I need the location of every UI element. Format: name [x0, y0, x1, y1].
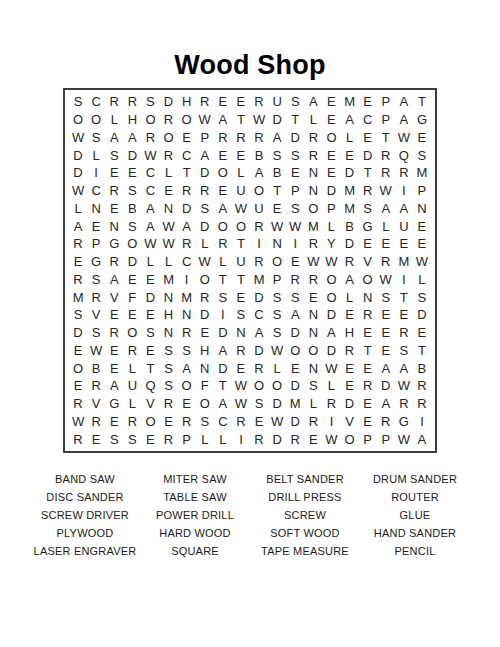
grid-cell[interactable]: A: [268, 129, 286, 147]
grid-cell[interactable]: I: [413, 413, 431, 431]
grid-cell[interactable]: R: [304, 146, 322, 164]
grid-cell[interactable]: I: [286, 235, 304, 253]
grid-cell[interactable]: S: [160, 342, 178, 360]
grid-cell[interactable]: M: [395, 253, 413, 271]
grid-cell[interactable]: E: [359, 129, 377, 147]
grid-cell[interactable]: V: [141, 395, 159, 413]
grid-cell[interactable]: E: [304, 430, 322, 448]
grid-cell[interactable]: S: [123, 217, 141, 235]
grid-cell[interactable]: W: [377, 271, 395, 289]
grid-cell[interactable]: W: [160, 235, 178, 253]
grid-cell[interactable]: O: [141, 413, 159, 431]
grid-cell[interactable]: D: [322, 182, 340, 200]
grid-cell[interactable]: D: [250, 288, 268, 306]
grid-cell[interactable]: R: [178, 235, 196, 253]
grid-cell[interactable]: E: [322, 146, 340, 164]
grid-cell[interactable]: Y: [322, 235, 340, 253]
grid-cell[interactable]: V: [87, 306, 105, 324]
grid-cell[interactable]: U: [232, 253, 250, 271]
grid-cell[interactable]: L: [69, 200, 87, 218]
grid-cell[interactable]: T: [286, 111, 304, 129]
grid-cell[interactable]: O: [304, 342, 322, 360]
grid-cell[interactable]: P: [178, 430, 196, 448]
grid-cell[interactable]: R: [359, 377, 377, 395]
grid-cell[interactable]: T: [178, 164, 196, 182]
grid-cell[interactable]: I: [250, 235, 268, 253]
grid-cell[interactable]: O: [123, 324, 141, 342]
grid-cell[interactable]: A: [105, 377, 123, 395]
grid-cell[interactable]: W: [141, 235, 159, 253]
grid-cell[interactable]: M: [286, 395, 304, 413]
grid-cell[interactable]: D: [268, 430, 286, 448]
grid-cell[interactable]: R: [395, 324, 413, 342]
grid-cell[interactable]: R: [160, 146, 178, 164]
grid-cell[interactable]: B: [413, 359, 431, 377]
grid-cell[interactable]: S: [87, 324, 105, 342]
grid-cell[interactable]: E: [377, 306, 395, 324]
grid-cell[interactable]: V: [87, 395, 105, 413]
grid-cell[interactable]: D: [214, 324, 232, 342]
grid-cell[interactable]: L: [87, 146, 105, 164]
grid-cell[interactable]: H: [160, 306, 178, 324]
grid-cell[interactable]: N: [304, 359, 322, 377]
grid-cell[interactable]: D: [178, 200, 196, 218]
grid-cell[interactable]: E: [395, 235, 413, 253]
grid-cell[interactable]: D: [359, 146, 377, 164]
grid-cell[interactable]: W: [268, 413, 286, 431]
grid-cell[interactable]: P: [196, 129, 214, 147]
grid-cell[interactable]: R: [105, 93, 123, 111]
grid-cell[interactable]: A: [286, 306, 304, 324]
grid-cell[interactable]: V: [359, 253, 377, 271]
grid-cell[interactable]: D: [123, 253, 141, 271]
grid-cell[interactable]: E: [413, 217, 431, 235]
grid-cell[interactable]: A: [304, 93, 322, 111]
grid-cell[interactable]: R: [413, 395, 431, 413]
grid-cell[interactable]: S: [377, 288, 395, 306]
grid-cell[interactable]: A: [322, 324, 340, 342]
grid-cell[interactable]: F: [123, 288, 141, 306]
grid-cell[interactable]: E: [214, 93, 232, 111]
grid-cell[interactable]: D: [341, 235, 359, 253]
grid-cell[interactable]: O: [322, 288, 340, 306]
grid-cell[interactable]: R: [395, 395, 413, 413]
grid-cell[interactable]: H: [341, 324, 359, 342]
grid-cell[interactable]: U: [232, 182, 250, 200]
grid-cell[interactable]: A: [141, 217, 159, 235]
grid-cell[interactable]: D: [268, 111, 286, 129]
grid-cell[interactable]: N: [359, 288, 377, 306]
grid-cell[interactable]: S: [69, 306, 87, 324]
grid-cell[interactable]: D: [268, 395, 286, 413]
grid-cell[interactable]: A: [214, 395, 232, 413]
grid-cell[interactable]: N: [105, 217, 123, 235]
grid-cell[interactable]: Q: [141, 377, 159, 395]
grid-cell[interactable]: I: [322, 413, 340, 431]
grid-cell[interactable]: G: [359, 217, 377, 235]
grid-cell[interactable]: W: [377, 182, 395, 200]
grid-cell[interactable]: E: [359, 413, 377, 431]
grid-cell[interactable]: A: [196, 146, 214, 164]
grid-cell[interactable]: O: [160, 129, 178, 147]
grid-cell[interactable]: W: [250, 111, 268, 129]
grid-cell[interactable]: O: [250, 182, 268, 200]
grid-cell[interactable]: R: [196, 288, 214, 306]
grid-cell[interactable]: E: [141, 430, 159, 448]
grid-cell[interactable]: L: [322, 217, 340, 235]
grid-cell[interactable]: G: [105, 235, 123, 253]
grid-cell[interactable]: L: [196, 430, 214, 448]
grid-cell[interactable]: O: [359, 271, 377, 289]
grid-cell[interactable]: G: [105, 395, 123, 413]
grid-cell[interactable]: D: [250, 342, 268, 360]
grid-cell[interactable]: S: [123, 430, 141, 448]
grid-cell[interactable]: O: [250, 377, 268, 395]
grid-cell[interactable]: S: [178, 342, 196, 360]
grid-cell[interactable]: A: [105, 129, 123, 147]
grid-cell[interactable]: O: [286, 342, 304, 360]
grid-cell[interactable]: D: [322, 342, 340, 360]
grid-cell[interactable]: R: [341, 342, 359, 360]
grid-cell[interactable]: S: [413, 146, 431, 164]
grid-cell[interactable]: L: [232, 164, 250, 182]
grid-cell[interactable]: S: [286, 288, 304, 306]
grid-cell[interactable]: S: [141, 93, 159, 111]
grid-cell[interactable]: D: [69, 146, 87, 164]
grid-cell[interactable]: P: [87, 235, 105, 253]
grid-cell[interactable]: P: [359, 430, 377, 448]
grid-cell[interactable]: O: [322, 271, 340, 289]
grid-cell[interactable]: R: [250, 253, 268, 271]
grid-cell[interactable]: E: [286, 253, 304, 271]
grid-cell[interactable]: N: [196, 359, 214, 377]
grid-cell[interactable]: Q: [395, 146, 413, 164]
grid-cell[interactable]: T: [395, 288, 413, 306]
grid-cell[interactable]: S: [395, 342, 413, 360]
grid-cell[interactable]: O: [178, 377, 196, 395]
grid-cell[interactable]: W: [268, 342, 286, 360]
grid-cell[interactable]: D: [196, 217, 214, 235]
grid-cell[interactable]: G: [87, 253, 105, 271]
grid-cell[interactable]: W: [87, 342, 105, 360]
grid-cell[interactable]: E: [413, 235, 431, 253]
grid-cell[interactable]: C: [87, 182, 105, 200]
grid-cell[interactable]: M: [341, 200, 359, 218]
grid-cell[interactable]: R: [377, 146, 395, 164]
grid-cell[interactable]: R: [304, 235, 322, 253]
grid-cell[interactable]: U: [268, 93, 286, 111]
grid-cell[interactable]: P: [286, 182, 304, 200]
grid-cell[interactable]: R: [250, 430, 268, 448]
grid-cell[interactable]: N: [413, 200, 431, 218]
grid-cell[interactable]: W: [395, 129, 413, 147]
grid-cell[interactable]: L: [196, 235, 214, 253]
grid-cell[interactable]: W: [160, 217, 178, 235]
grid-cell[interactable]: B: [250, 146, 268, 164]
grid-cell[interactable]: S: [268, 288, 286, 306]
grid-cell[interactable]: D: [286, 413, 304, 431]
grid-cell[interactable]: S: [69, 93, 87, 111]
grid-cell[interactable]: E: [359, 324, 377, 342]
grid-cell[interactable]: E: [232, 93, 250, 111]
grid-cell[interactable]: R: [69, 235, 87, 253]
grid-cell[interactable]: E: [304, 288, 322, 306]
grid-cell[interactable]: R: [377, 413, 395, 431]
grid-cell[interactable]: N: [304, 324, 322, 342]
grid-cell[interactable]: L: [413, 271, 431, 289]
grid-cell[interactable]: A: [178, 217, 196, 235]
grid-cell[interactable]: E: [69, 253, 87, 271]
grid-cell[interactable]: D: [377, 377, 395, 395]
grid-cell[interactable]: R: [196, 93, 214, 111]
grid-cell[interactable]: V: [105, 288, 123, 306]
grid-cell[interactable]: N: [232, 324, 250, 342]
grid-cell[interactable]: C: [178, 253, 196, 271]
grid-cell[interactable]: S: [87, 129, 105, 147]
grid-cell[interactable]: E: [87, 430, 105, 448]
grid-cell[interactable]: E: [341, 359, 359, 377]
grid-cell[interactable]: O: [69, 359, 87, 377]
grid-cell[interactable]: A: [214, 342, 232, 360]
grid-cell[interactable]: N: [178, 306, 196, 324]
grid-cell[interactable]: W: [69, 413, 87, 431]
grid-cell[interactable]: B: [87, 359, 105, 377]
grid-cell[interactable]: R: [123, 93, 141, 111]
grid-cell[interactable]: R: [250, 129, 268, 147]
grid-cell[interactable]: A: [69, 217, 87, 235]
grid-cell[interactable]: E: [286, 359, 304, 377]
grid-cell[interactable]: P: [377, 93, 395, 111]
grid-cell[interactable]: L: [141, 253, 159, 271]
grid-cell[interactable]: E: [359, 93, 377, 111]
grid-cell[interactable]: R: [214, 235, 232, 253]
grid-cell[interactable]: E: [359, 395, 377, 413]
grid-cell[interactable]: F: [196, 377, 214, 395]
grid-cell[interactable]: P: [268, 271, 286, 289]
grid-cell[interactable]: R: [304, 129, 322, 147]
grid-cell[interactable]: A: [141, 200, 159, 218]
grid-cell[interactable]: E: [359, 359, 377, 377]
grid-cell[interactable]: O: [214, 164, 232, 182]
grid-cell[interactable]: S: [123, 182, 141, 200]
grid-cell[interactable]: N: [304, 182, 322, 200]
grid-cell[interactable]: A: [377, 359, 395, 377]
grid-cell[interactable]: R: [87, 377, 105, 395]
grid-cell[interactable]: L: [341, 288, 359, 306]
grid-cell[interactable]: R: [214, 129, 232, 147]
grid-cell[interactable]: O: [87, 111, 105, 129]
grid-cell[interactable]: E: [105, 413, 123, 431]
grid-cell[interactable]: W: [232, 200, 250, 218]
grid-cell[interactable]: L: [341, 129, 359, 147]
grid-cell[interactable]: R: [87, 413, 105, 431]
grid-cell[interactable]: O: [304, 200, 322, 218]
grid-cell[interactable]: L: [123, 395, 141, 413]
grid-cell[interactable]: E: [359, 235, 377, 253]
grid-cell[interactable]: M: [413, 164, 431, 182]
grid-cell[interactable]: N: [160, 324, 178, 342]
grid-cell[interactable]: E: [232, 359, 250, 377]
grid-cell[interactable]: S: [304, 377, 322, 395]
grid-cell[interactable]: R: [304, 413, 322, 431]
grid-cell[interactable]: T: [413, 342, 431, 360]
grid-cell[interactable]: E: [160, 182, 178, 200]
grid-cell[interactable]: S: [286, 146, 304, 164]
grid-cell[interactable]: L: [160, 164, 178, 182]
grid-cell[interactable]: N: [304, 306, 322, 324]
grid-cell[interactable]: E: [123, 271, 141, 289]
grid-cell[interactable]: R: [286, 271, 304, 289]
grid-cell[interactable]: E: [105, 164, 123, 182]
grid-cell[interactable]: L: [123, 359, 141, 377]
grid-cell[interactable]: R: [69, 430, 87, 448]
grid-cell[interactable]: S: [214, 288, 232, 306]
grid-cell[interactable]: S: [413, 288, 431, 306]
grid-cell[interactable]: C: [141, 182, 159, 200]
grid-cell[interactable]: P: [413, 182, 431, 200]
grid-cell[interactable]: O: [69, 111, 87, 129]
grid-cell[interactable]: R: [250, 217, 268, 235]
grid-cell[interactable]: R: [105, 182, 123, 200]
grid-cell[interactable]: D: [160, 93, 178, 111]
grid-cell[interactable]: N: [160, 200, 178, 218]
grid-cell[interactable]: E: [232, 288, 250, 306]
grid-cell[interactable]: E: [141, 306, 159, 324]
grid-cell[interactable]: V: [341, 413, 359, 431]
grid-cell[interactable]: M: [250, 271, 268, 289]
grid-cell[interactable]: U: [250, 200, 268, 218]
grid-cell[interactable]: C: [87, 93, 105, 111]
grid-cell[interactable]: T: [141, 359, 159, 377]
grid-cell[interactable]: O: [322, 129, 340, 147]
grid-cell[interactable]: O: [268, 253, 286, 271]
grid-cell[interactable]: W: [286, 217, 304, 235]
grid-cell[interactable]: D: [413, 306, 431, 324]
grid-cell[interactable]: I: [232, 430, 250, 448]
grid-cell[interactable]: S: [160, 359, 178, 377]
grid-cell[interactable]: E: [141, 342, 159, 360]
grid-cell[interactable]: R: [141, 129, 159, 147]
grid-cell[interactable]: L: [160, 253, 178, 271]
grid-cell[interactable]: T: [232, 235, 250, 253]
grid-cell[interactable]: S: [87, 271, 105, 289]
grid-cell[interactable]: E: [322, 93, 340, 111]
grid-cell[interactable]: E: [250, 413, 268, 431]
grid-cell[interactable]: A: [413, 430, 431, 448]
grid-cell[interactable]: A: [395, 93, 413, 111]
grid-cell[interactable]: O: [232, 217, 250, 235]
grid-cell[interactable]: W: [304, 253, 322, 271]
grid-cell[interactable]: E: [105, 342, 123, 360]
grid-cell[interactable]: B: [123, 200, 141, 218]
grid-cell[interactable]: L: [377, 217, 395, 235]
grid-cell[interactable]: W: [322, 430, 340, 448]
grid-cell[interactable]: M: [341, 182, 359, 200]
grid-cell[interactable]: R: [69, 395, 87, 413]
grid-cell[interactable]: R: [413, 377, 431, 395]
grid-cell[interactable]: A: [395, 359, 413, 377]
grid-cell[interactable]: S: [268, 146, 286, 164]
grid-cell[interactable]: I: [395, 271, 413, 289]
grid-cell[interactable]: E: [377, 342, 395, 360]
grid-cell[interactable]: N: [268, 235, 286, 253]
grid-cell[interactable]: I: [178, 271, 196, 289]
grid-cell[interactable]: R: [178, 324, 196, 342]
grid-cell[interactable]: S: [141, 324, 159, 342]
grid-cell[interactable]: H: [178, 93, 196, 111]
grid-cell[interactable]: R: [160, 395, 178, 413]
grid-cell[interactable]: B: [268, 164, 286, 182]
grid-cell[interactable]: R: [160, 111, 178, 129]
grid-cell[interactable]: T: [214, 271, 232, 289]
grid-cell[interactable]: B: [341, 217, 359, 235]
grid-cell[interactable]: E: [105, 359, 123, 377]
grid-cell[interactable]: E: [214, 182, 232, 200]
grid-cell[interactable]: S: [196, 413, 214, 431]
grid-cell[interactable]: I: [214, 306, 232, 324]
grid-cell[interactable]: A: [214, 200, 232, 218]
grid-cell[interactable]: A: [250, 164, 268, 182]
grid-cell[interactable]: A: [395, 200, 413, 218]
grid-cell[interactable]: R: [196, 182, 214, 200]
grid-cell[interactable]: M: [341, 93, 359, 111]
grid-cell[interactable]: D: [69, 324, 87, 342]
grid-cell[interactable]: R: [377, 164, 395, 182]
grid-cell[interactable]: R: [232, 129, 250, 147]
grid-cell[interactable]: N: [160, 288, 178, 306]
grid-cell[interactable]: E: [286, 164, 304, 182]
grid-cell[interactable]: U: [123, 377, 141, 395]
grid-cell[interactable]: D: [286, 129, 304, 147]
grid-cell[interactable]: W: [268, 217, 286, 235]
grid-cell[interactable]: R: [395, 164, 413, 182]
grid-cell[interactable]: C: [141, 164, 159, 182]
grid-cell[interactable]: T: [413, 93, 431, 111]
grid-cell[interactable]: S: [105, 146, 123, 164]
grid-cell[interactable]: C: [214, 413, 232, 431]
grid-cell[interactable]: L: [105, 111, 123, 129]
grid-cell[interactable]: W: [69, 129, 87, 147]
grid-cell[interactable]: D: [341, 164, 359, 182]
grid-cell[interactable]: R: [178, 413, 196, 431]
grid-cell[interactable]: W: [141, 146, 159, 164]
grid-cell[interactable]: W: [196, 111, 214, 129]
grid-cell[interactable]: E: [141, 271, 159, 289]
grid-cell[interactable]: R: [286, 430, 304, 448]
grid-cell[interactable]: W: [196, 253, 214, 271]
grid-cell[interactable]: D: [286, 324, 304, 342]
grid-cell[interactable]: T: [232, 271, 250, 289]
grid-cell[interactable]: O: [196, 395, 214, 413]
grid-cell[interactable]: C: [178, 146, 196, 164]
grid-cell[interactable]: N: [304, 164, 322, 182]
grid-cell[interactable]: S: [105, 430, 123, 448]
grid-cell[interactable]: E: [377, 235, 395, 253]
grid-cell[interactable]: E: [160, 413, 178, 431]
grid-cell[interactable]: R: [250, 93, 268, 111]
grid-cell[interactable]: L: [304, 111, 322, 129]
grid-cell[interactable]: O: [141, 111, 159, 129]
grid-cell[interactable]: L: [322, 377, 340, 395]
grid-cell[interactable]: O: [268, 377, 286, 395]
grid-cell[interactable]: R: [69, 271, 87, 289]
grid-cell[interactable]: E: [123, 306, 141, 324]
grid-cell[interactable]: E: [413, 129, 431, 147]
grid-cell[interactable]: L: [268, 359, 286, 377]
grid-cell[interactable]: E: [105, 306, 123, 324]
grid-cell[interactable]: E: [341, 306, 359, 324]
grid-cell[interactable]: O: [123, 235, 141, 253]
